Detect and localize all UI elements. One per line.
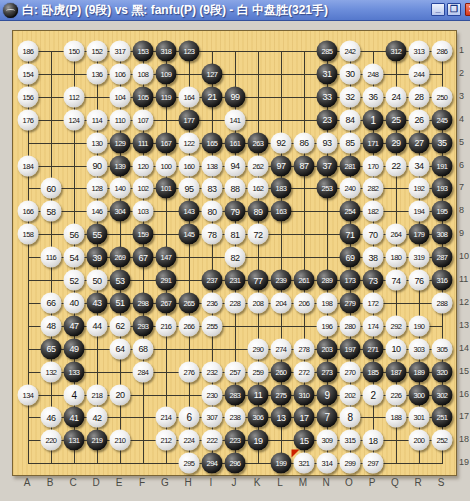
stone-N16-move-9[interactable]: 9 bbox=[317, 384, 338, 405]
stone-O19-move-299[interactable]: 299 bbox=[340, 453, 361, 474]
stone-A2-move-154[interactable]: 154 bbox=[18, 63, 39, 84]
stone-G5-move-167[interactable]: 167 bbox=[156, 132, 177, 153]
stone-P6-move-170[interactable]: 170 bbox=[363, 155, 384, 176]
stone-M16-move-310[interactable]: 310 bbox=[294, 384, 315, 405]
stone-B13-move-48[interactable]: 48 bbox=[41, 315, 62, 336]
stone-D6-move-90[interactable]: 90 bbox=[87, 155, 108, 176]
stone-P11-move-73[interactable]: 73 bbox=[363, 270, 384, 291]
move-number: 275 bbox=[275, 390, 286, 399]
stone-H17-move-6[interactable]: 6 bbox=[179, 407, 200, 428]
stone-S11-move-316[interactable]: 316 bbox=[432, 270, 453, 291]
stone-F8-move-103[interactable]: 103 bbox=[133, 201, 154, 222]
move-number: 138 bbox=[206, 161, 217, 170]
stone-O15-move-270[interactable]: 270 bbox=[340, 361, 361, 382]
stone-O4-move-84[interactable]: 84 bbox=[340, 109, 361, 130]
stone-N2-move-31[interactable]: 31 bbox=[317, 63, 338, 84]
stone-S8-move-195[interactable]: 195 bbox=[432, 201, 453, 222]
stone-I12-move-236[interactable]: 236 bbox=[202, 292, 223, 313]
stone-A6-move-184[interactable]: 184 bbox=[18, 155, 39, 176]
stone-D10-move-39[interactable]: 39 bbox=[87, 247, 108, 268]
stone-R8-move-194[interactable]: 194 bbox=[409, 201, 430, 222]
move-number: 240 bbox=[344, 184, 355, 193]
stone-H8-move-143[interactable]: 143 bbox=[179, 201, 200, 222]
stone-E16-move-20[interactable]: 20 bbox=[110, 384, 131, 405]
stone-L11-move-239[interactable]: 239 bbox=[271, 270, 292, 291]
stone-C1-move-150[interactable]: 150 bbox=[64, 41, 85, 62]
stone-O1-move-242[interactable]: 242 bbox=[340, 41, 361, 62]
stone-I9-move-78[interactable]: 78 bbox=[202, 224, 223, 245]
stone-Q4-move-25[interactable]: 25 bbox=[386, 109, 407, 130]
stone-G12-move-267[interactable]: 267 bbox=[156, 292, 177, 313]
stone-E8-move-304[interactable]: 304 bbox=[110, 201, 131, 222]
stone-M15-move-272[interactable]: 272 bbox=[294, 361, 315, 382]
move-number: 303 bbox=[413, 344, 424, 353]
stone-G2-move-109[interactable]: 109 bbox=[156, 63, 177, 84]
stone-K16-move-11[interactable]: 11 bbox=[248, 384, 269, 405]
stone-K18-move-19[interactable]: 19 bbox=[248, 430, 269, 451]
stone-A8-move-166[interactable]: 166 bbox=[18, 201, 39, 222]
stone-N7-move-253[interactable]: 253 bbox=[317, 178, 338, 199]
stone-E3-move-104[interactable]: 104 bbox=[110, 86, 131, 107]
stone-I3-move-21[interactable]: 21 bbox=[202, 86, 223, 107]
stone-G1-move-318[interactable]: 318 bbox=[156, 41, 177, 62]
stone-J17-move-238[interactable]: 238 bbox=[225, 407, 246, 428]
game-window: 白: 卧虎(P) (9段) vs 黑: fanfu(P) (9段) - 白 中盘… bbox=[0, 0, 470, 501]
minimize-button[interactable]: _ bbox=[431, 3, 445, 16]
stone-E11-move-53[interactable]: 53 bbox=[110, 270, 131, 291]
stone-O14-move-197[interactable]: 197 bbox=[340, 338, 361, 359]
move-number: 260 bbox=[275, 367, 286, 376]
stone-O8-move-254[interactable]: 254 bbox=[340, 201, 361, 222]
stone-Q17-move-188[interactable]: 188 bbox=[386, 407, 407, 428]
stone-E13-move-62[interactable]: 62 bbox=[110, 315, 131, 336]
stone-O18-move-315[interactable]: 315 bbox=[340, 430, 361, 451]
stone-A9-move-158[interactable]: 158 bbox=[18, 224, 39, 245]
move-number: 197 bbox=[344, 344, 355, 353]
stone-M5-move-86[interactable]: 86 bbox=[294, 132, 315, 153]
stone-S12-move-288[interactable]: 288 bbox=[432, 292, 453, 313]
stone-F3-move-105[interactable]: 105 bbox=[133, 86, 154, 107]
stone-A4-move-176[interactable]: 176 bbox=[18, 109, 39, 130]
stone-I13-move-255[interactable]: 255 bbox=[202, 315, 223, 336]
stone-B15-move-132[interactable]: 132 bbox=[41, 361, 62, 382]
stone-A1-move-186[interactable]: 186 bbox=[18, 41, 39, 62]
stone-A16-move-134[interactable]: 134 bbox=[18, 384, 39, 405]
stone-S15-move-320[interactable]: 320 bbox=[432, 361, 453, 382]
move-number: 28 bbox=[414, 92, 423, 102]
stone-N18-move-309[interactable]: 309 bbox=[317, 430, 338, 451]
stone-Q9-move-264[interactable]: 264 bbox=[386, 224, 407, 245]
stone-L7-move-183[interactable]: 183 bbox=[271, 178, 292, 199]
stone-O16-move-202[interactable]: 202 bbox=[340, 384, 361, 405]
stone-I16-move-230[interactable]: 230 bbox=[202, 384, 223, 405]
stone-F4-move-107[interactable]: 107 bbox=[133, 109, 154, 130]
stone-P9-move-70[interactable]: 70 bbox=[363, 224, 384, 245]
move-number: 183 bbox=[275, 184, 286, 193]
stone-P14-move-271[interactable]: 271 bbox=[363, 338, 384, 359]
move-number: 200 bbox=[413, 436, 424, 445]
stone-H13-move-266[interactable]: 266 bbox=[179, 315, 200, 336]
stone-K15-move-259[interactable]: 259 bbox=[248, 361, 269, 382]
stone-N3-move-33[interactable]: 33 bbox=[317, 86, 338, 107]
stone-B10-move-116[interactable]: 116 bbox=[41, 247, 62, 268]
stone-R6-move-34[interactable]: 34 bbox=[409, 155, 430, 176]
maximize-button[interactable]: ❐ bbox=[447, 3, 461, 16]
stone-B14-move-65[interactable]: 65 bbox=[41, 338, 62, 359]
stone-I15-move-232[interactable]: 232 bbox=[202, 361, 223, 382]
stone-G17-move-214[interactable]: 214 bbox=[156, 407, 177, 428]
stone-Q1-move-312[interactable]: 312 bbox=[386, 41, 407, 62]
stone-R4-move-26[interactable]: 26 bbox=[409, 109, 430, 130]
stone-E1-move-317[interactable]: 317 bbox=[110, 41, 131, 62]
move-number: 199 bbox=[275, 459, 286, 468]
stone-Q13-move-292[interactable]: 292 bbox=[386, 315, 407, 336]
stone-S10-move-287[interactable]: 287 bbox=[432, 247, 453, 268]
move-number: 147 bbox=[160, 253, 171, 262]
stone-K11-move-77[interactable]: 77 bbox=[248, 270, 269, 291]
stone-R17-move-301[interactable]: 301 bbox=[409, 407, 430, 428]
stone-D16-move-218[interactable]: 218 bbox=[87, 384, 108, 405]
stone-M19-move-321[interactable]: 321 bbox=[294, 453, 315, 474]
stone-D11-move-50[interactable]: 50 bbox=[87, 270, 108, 291]
stone-K9-move-72[interactable]: 72 bbox=[248, 224, 269, 245]
stone-R2-move-244[interactable]: 244 bbox=[409, 63, 430, 84]
stone-R18-move-200[interactable]: 200 bbox=[409, 430, 430, 451]
stone-S16-move-302[interactable]: 302 bbox=[432, 384, 453, 405]
stone-R10-move-319[interactable]: 319 bbox=[409, 247, 430, 268]
stone-F15-move-284[interactable]: 284 bbox=[133, 361, 154, 382]
stone-N4-move-23[interactable]: 23 bbox=[317, 109, 338, 130]
stone-J16-move-283[interactable]: 283 bbox=[225, 384, 246, 405]
stone-J5-move-161[interactable]: 161 bbox=[225, 132, 246, 153]
stone-B18-move-220[interactable]: 220 bbox=[41, 430, 62, 451]
stone-K5-move-263[interactable]: 263 bbox=[248, 132, 269, 153]
move-number: 309 bbox=[321, 436, 332, 445]
stone-S3-move-250[interactable]: 250 bbox=[432, 86, 453, 107]
stone-C13-move-47[interactable]: 47 bbox=[64, 315, 85, 336]
move-number: 224 bbox=[183, 436, 194, 445]
stone-C3-move-112[interactable]: 112 bbox=[64, 86, 85, 107]
stone-Q5-move-29[interactable]: 29 bbox=[386, 132, 407, 153]
stone-E12-move-51[interactable]: 51 bbox=[110, 292, 131, 313]
stone-F13-move-293[interactable]: 293 bbox=[133, 315, 154, 336]
stone-L8-move-163[interactable]: 163 bbox=[271, 201, 292, 222]
stone-P18-move-18[interactable]: 18 bbox=[363, 430, 384, 451]
stone-H15-move-276[interactable]: 276 bbox=[179, 361, 200, 382]
stone-R16-move-300[interactable]: 300 bbox=[409, 384, 430, 405]
close-button[interactable]: ✕ bbox=[465, 3, 470, 16]
stone-O3-move-32[interactable]: 32 bbox=[340, 86, 361, 107]
stone-J9-move-81[interactable]: 81 bbox=[225, 224, 246, 245]
stone-L12-move-204[interactable]: 204 bbox=[271, 292, 292, 313]
stone-N15-move-273[interactable]: 273 bbox=[317, 361, 338, 382]
stone-O17-move-8[interactable]: 8 bbox=[340, 407, 361, 428]
stone-H12-move-265[interactable]: 265 bbox=[179, 292, 200, 313]
stone-J10-move-82[interactable]: 82 bbox=[225, 247, 246, 268]
stone-I7-move-83[interactable]: 83 bbox=[202, 178, 223, 199]
stone-M18-move-15[interactable]: 15 bbox=[294, 430, 315, 451]
stone-B17-move-46[interactable]: 46 bbox=[41, 407, 62, 428]
stone-Q3-move-24[interactable]: 24 bbox=[386, 86, 407, 107]
move-number: 81 bbox=[230, 229, 239, 239]
stone-I6-move-138[interactable]: 138 bbox=[202, 155, 223, 176]
stone-C15-move-133[interactable]: 133 bbox=[64, 361, 85, 382]
stone-O12-move-279[interactable]: 279 bbox=[340, 292, 361, 313]
stone-M12-move-206[interactable]: 206 bbox=[294, 292, 315, 313]
stone-E6-move-139[interactable]: 139 bbox=[110, 155, 131, 176]
stone-E10-move-269[interactable]: 269 bbox=[110, 247, 131, 268]
stone-R14-move-303[interactable]: 303 bbox=[409, 338, 430, 359]
stone-B8-move-58[interactable]: 58 bbox=[41, 201, 62, 222]
stone-J15-move-257[interactable]: 257 bbox=[225, 361, 246, 382]
stone-D2-move-136[interactable]: 136 bbox=[87, 63, 108, 84]
stone-I2-move-127[interactable]: 127 bbox=[202, 63, 223, 84]
stone-S5-move-35[interactable]: 35 bbox=[432, 132, 453, 153]
stone-D13-move-44[interactable]: 44 bbox=[87, 315, 108, 336]
stone-K17-move-306[interactable]: 306 bbox=[248, 407, 269, 428]
stone-C9-move-56[interactable]: 56 bbox=[64, 224, 85, 245]
stone-E2-move-106[interactable]: 106 bbox=[110, 63, 131, 84]
stone-L17-move-13[interactable]: 13 bbox=[271, 407, 292, 428]
stone-K7-move-162[interactable]: 162 bbox=[248, 178, 269, 199]
stone-R5-move-27[interactable]: 27 bbox=[409, 132, 430, 153]
move-number: 177 bbox=[183, 115, 194, 124]
stone-H7-move-95[interactable]: 95 bbox=[179, 178, 200, 199]
stone-K14-move-290[interactable]: 290 bbox=[248, 338, 269, 359]
stone-J11-move-231[interactable]: 231 bbox=[225, 270, 246, 291]
stone-O9-move-71[interactable]: 71 bbox=[340, 224, 361, 245]
stone-N19-move-314[interactable]: 314 bbox=[317, 453, 338, 474]
stone-N12-move-198[interactable]: 198 bbox=[317, 292, 338, 313]
move-number: 124 bbox=[68, 115, 79, 124]
move-number: 182 bbox=[367, 207, 378, 216]
stone-J19-move-296[interactable]: 296 bbox=[225, 453, 246, 474]
stone-R13-move-190[interactable]: 190 bbox=[409, 315, 430, 336]
stone-D1-move-152[interactable]: 152 bbox=[87, 41, 108, 62]
stone-D17-move-42[interactable]: 42 bbox=[87, 407, 108, 428]
stone-Q6-move-22[interactable]: 22 bbox=[386, 155, 407, 176]
stone-E14-move-64[interactable]: 64 bbox=[110, 338, 131, 359]
stone-P8-move-182[interactable]: 182 bbox=[363, 201, 384, 222]
stone-H4-move-177[interactable]: 177 bbox=[179, 109, 200, 130]
stone-N14-move-203[interactable]: 203 bbox=[317, 338, 338, 359]
stone-B7-move-60[interactable]: 60 bbox=[41, 178, 62, 199]
row-label-11: 11 bbox=[459, 274, 468, 284]
move-number: 222 bbox=[206, 436, 217, 445]
stone-P5-move-171[interactable]: 171 bbox=[363, 132, 384, 153]
stone-I19-move-294[interactable]: 294 bbox=[202, 453, 223, 474]
stone-E4-move-110[interactable]: 110 bbox=[110, 109, 131, 130]
stone-K8-move-89[interactable]: 89 bbox=[248, 201, 269, 222]
stone-G13-move-216[interactable]: 216 bbox=[156, 315, 177, 336]
go-board[interactable]: 1861501523171533181232852423123132861541… bbox=[12, 30, 457, 476]
stone-C18-move-131[interactable]: 131 bbox=[64, 430, 85, 451]
stone-D5-move-130[interactable]: 130 bbox=[87, 132, 108, 153]
stone-D8-move-146[interactable]: 146 bbox=[87, 201, 108, 222]
stone-D18-move-219[interactable]: 219 bbox=[87, 430, 108, 451]
stone-F1-move-153[interactable]: 153 bbox=[133, 41, 154, 62]
stone-S9-move-308[interactable]: 308 bbox=[432, 224, 453, 245]
stone-Q14-move-10[interactable]: 10 bbox=[386, 338, 407, 359]
stone-P13-move-174[interactable]: 174 bbox=[363, 315, 384, 336]
stone-N11-move-289[interactable]: 289 bbox=[317, 270, 338, 291]
stone-S6-move-191[interactable]: 191 bbox=[432, 155, 453, 176]
stone-S18-move-252[interactable]: 252 bbox=[432, 430, 453, 451]
stone-E18-move-210[interactable]: 210 bbox=[110, 430, 131, 451]
stone-D9-move-55[interactable]: 55 bbox=[87, 224, 108, 245]
stone-G10-move-147[interactable]: 147 bbox=[156, 247, 177, 268]
stone-I5-move-165[interactable]: 165 bbox=[202, 132, 223, 153]
stone-S17-move-251[interactable]: 251 bbox=[432, 407, 453, 428]
stone-J3-move-99[interactable]: 99 bbox=[225, 86, 246, 107]
stone-F12-move-298[interactable]: 298 bbox=[133, 292, 154, 313]
stone-P7-move-282[interactable]: 282 bbox=[363, 178, 384, 199]
stone-C14-move-49[interactable]: 49 bbox=[64, 338, 85, 359]
stone-F9-move-159[interactable]: 159 bbox=[133, 224, 154, 245]
stone-P4-move-1[interactable]: 1 bbox=[363, 109, 384, 130]
stone-I11-move-237[interactable]: 237 bbox=[202, 270, 223, 291]
stone-S1-move-286[interactable]: 286 bbox=[432, 41, 453, 62]
stone-K6-move-262[interactable]: 262 bbox=[248, 155, 269, 176]
stone-Q15-move-187[interactable]: 187 bbox=[386, 361, 407, 382]
stone-L6-move-97[interactable]: 97 bbox=[271, 155, 292, 176]
move-number: 239 bbox=[275, 276, 286, 285]
stone-L19-move-199[interactable]: 199 bbox=[271, 453, 292, 474]
stone-N1-move-285[interactable]: 285 bbox=[317, 41, 338, 62]
stone-D12-move-43[interactable]: 43 bbox=[87, 292, 108, 313]
stone-O11-move-173[interactable]: 173 bbox=[340, 270, 361, 291]
stone-R15-move-189[interactable]: 189 bbox=[409, 361, 430, 382]
stone-H5-move-122[interactable]: 122 bbox=[179, 132, 200, 153]
stone-J6-move-94[interactable]: 94 bbox=[225, 155, 246, 176]
move-number: 214 bbox=[160, 413, 171, 422]
stone-D4-move-114[interactable]: 114 bbox=[87, 109, 108, 130]
stone-N13-move-196[interactable]: 196 bbox=[317, 315, 338, 336]
move-number: 47 bbox=[69, 321, 78, 331]
stone-F10-move-67[interactable]: 67 bbox=[133, 247, 154, 268]
stone-H9-move-145[interactable]: 145 bbox=[179, 224, 200, 245]
stone-P19-move-297[interactable]: 297 bbox=[363, 453, 384, 474]
stone-O13-move-280[interactable]: 280 bbox=[340, 315, 361, 336]
stone-M11-move-261[interactable]: 261 bbox=[294, 270, 315, 291]
stone-R1-move-313[interactable]: 313 bbox=[409, 41, 430, 62]
stone-M17-move-17[interactable]: 17 bbox=[294, 407, 315, 428]
stone-C4-move-124[interactable]: 124 bbox=[64, 109, 85, 130]
stone-I17-move-307[interactable]: 307 bbox=[202, 407, 223, 428]
title-bar[interactable]: 白: 卧虎(P) (9段) vs 黑: fanfu(P) (9段) - 白 中盘… bbox=[0, 0, 470, 21]
stone-L16-move-275[interactable]: 275 bbox=[271, 384, 292, 405]
move-number: 171 bbox=[367, 138, 378, 147]
move-number: 60 bbox=[46, 183, 55, 193]
stone-M14-move-278[interactable]: 278 bbox=[294, 338, 315, 359]
stone-F7-move-102[interactable]: 102 bbox=[133, 178, 154, 199]
stone-G3-move-119[interactable]: 119 bbox=[156, 86, 177, 107]
stone-N6-move-37[interactable]: 37 bbox=[317, 155, 338, 176]
stone-J12-move-228[interactable]: 228 bbox=[225, 292, 246, 313]
stone-Q11-move-74[interactable]: 74 bbox=[386, 270, 407, 291]
move-number: 152 bbox=[91, 47, 102, 56]
stone-F14-move-68[interactable]: 68 bbox=[133, 338, 154, 359]
stone-Q10-move-180[interactable]: 180 bbox=[386, 247, 407, 268]
stone-S14-move-305[interactable]: 305 bbox=[432, 338, 453, 359]
stone-J8-move-79[interactable]: 79 bbox=[225, 201, 246, 222]
move-number: 165 bbox=[206, 138, 217, 147]
stone-I18-move-222[interactable]: 222 bbox=[202, 430, 223, 451]
stone-C11-move-52[interactable]: 52 bbox=[64, 270, 85, 291]
stone-E5-move-129[interactable]: 129 bbox=[110, 132, 131, 153]
stone-F2-move-108[interactable]: 108 bbox=[133, 63, 154, 84]
stone-E7-move-140[interactable]: 140 bbox=[110, 178, 131, 199]
stone-K12-move-208[interactable]: 208 bbox=[248, 292, 269, 313]
stone-M6-move-87[interactable]: 87 bbox=[294, 155, 315, 176]
stone-L5-move-92[interactable]: 92 bbox=[271, 132, 292, 153]
stone-H6-move-160[interactable]: 160 bbox=[179, 155, 200, 176]
stone-N17-move-7[interactable]: 7 bbox=[317, 407, 338, 428]
stone-C10-move-54[interactable]: 54 bbox=[64, 247, 85, 268]
stone-P12-move-172[interactable]: 172 bbox=[363, 292, 384, 313]
stone-G18-move-212[interactable]: 212 bbox=[156, 430, 177, 451]
stone-N5-move-93[interactable]: 93 bbox=[317, 132, 338, 153]
stone-P10-move-38[interactable]: 38 bbox=[363, 247, 384, 268]
stone-R11-move-76[interactable]: 76 bbox=[409, 270, 430, 291]
stone-O6-move-281[interactable]: 281 bbox=[340, 155, 361, 176]
stone-G11-move-291[interactable]: 291 bbox=[156, 270, 177, 291]
stone-Q16-move-226[interactable]: 226 bbox=[386, 384, 407, 405]
column-label-S: S bbox=[438, 477, 445, 488]
stone-R7-move-192[interactable]: 192 bbox=[409, 178, 430, 199]
move-number: 110 bbox=[115, 115, 125, 124]
stone-J4-move-141[interactable]: 141 bbox=[225, 109, 246, 130]
stone-B12-move-66[interactable]: 66 bbox=[41, 292, 62, 313]
move-number: 87 bbox=[299, 161, 308, 171]
stone-G6-move-100[interactable]: 100 bbox=[156, 155, 177, 176]
stone-D7-move-128[interactable]: 128 bbox=[87, 178, 108, 199]
stone-R9-move-179[interactable]: 179 bbox=[409, 224, 430, 245]
stone-A3-move-156[interactable]: 156 bbox=[18, 86, 39, 107]
stone-H3-move-164[interactable]: 164 bbox=[179, 86, 200, 107]
stone-P16-move-2[interactable]: 2 bbox=[363, 384, 384, 405]
move-number: 114 bbox=[92, 115, 102, 124]
stone-H18-move-224[interactable]: 224 bbox=[179, 430, 200, 451]
stone-F6-move-120[interactable]: 120 bbox=[133, 155, 154, 176]
stone-I8-move-80[interactable]: 80 bbox=[202, 201, 223, 222]
stone-O10-move-69[interactable]: 69 bbox=[340, 247, 361, 268]
stone-O5-move-85[interactable]: 85 bbox=[340, 132, 361, 153]
stone-S4-move-245[interactable]: 245 bbox=[432, 109, 453, 130]
move-number: 270 bbox=[344, 367, 355, 376]
stone-L15-move-260[interactable]: 260 bbox=[271, 361, 292, 382]
stone-P3-move-36[interactable]: 36 bbox=[363, 86, 384, 107]
stone-C17-move-41[interactable]: 41 bbox=[64, 407, 85, 428]
stone-O2-move-30[interactable]: 30 bbox=[340, 63, 361, 84]
stone-F5-move-111[interactable]: 111 bbox=[133, 132, 154, 153]
stone-G7-move-101[interactable]: 101 bbox=[156, 178, 177, 199]
stone-J7-move-88[interactable]: 88 bbox=[225, 178, 246, 199]
stone-S7-move-193[interactable]: 193 bbox=[432, 178, 453, 199]
stone-L14-move-274[interactable]: 274 bbox=[271, 338, 292, 359]
stone-O7-move-240[interactable]: 240 bbox=[340, 178, 361, 199]
move-number: 111 bbox=[138, 138, 148, 147]
stone-C12-move-40[interactable]: 40 bbox=[64, 292, 85, 313]
move-number: 238 bbox=[229, 413, 240, 422]
stone-H19-move-295[interactable]: 295 bbox=[179, 453, 200, 474]
stone-J18-move-223[interactable]: 223 bbox=[225, 430, 246, 451]
stone-R3-move-28[interactable]: 28 bbox=[409, 86, 430, 107]
stone-P2-move-248[interactable]: 248 bbox=[363, 63, 384, 84]
stone-C16-move-4[interactable]: 4 bbox=[64, 384, 85, 405]
stone-P15-move-185[interactable]: 185 bbox=[363, 361, 384, 382]
stone-H1-move-123[interactable]: 123 bbox=[179, 41, 200, 62]
